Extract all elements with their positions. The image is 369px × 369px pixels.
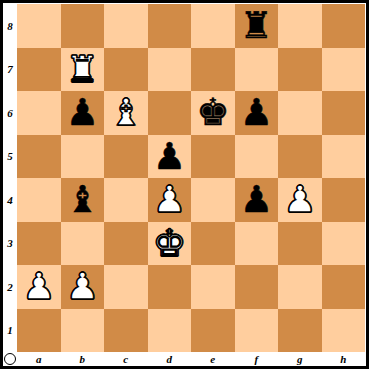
square-e3[interactable] <box>191 222 235 266</box>
square-b7[interactable]: ♜ <box>61 48 105 92</box>
square-b8[interactable] <box>61 4 105 48</box>
square-b4[interactable]: ♝ <box>61 178 105 222</box>
chess-diagram: ♜♜♟♝♚♟♟♝♟♟♟♚♟♟ 87654321 abcdefgh <box>0 0 369 369</box>
file-label-e: e <box>191 352 235 366</box>
square-e6[interactable]: ♚ <box>191 91 235 135</box>
square-h2[interactable] <box>322 265 366 309</box>
square-a3[interactable] <box>17 222 61 266</box>
square-h8[interactable] <box>322 4 366 48</box>
piece-white-bishop-c6[interactable]: ♝ <box>109 91 142 135</box>
rank-label-8: 8 <box>3 4 17 48</box>
square-f4[interactable]: ♟ <box>235 178 279 222</box>
rank-label-1: 1 <box>3 309 17 353</box>
square-b5[interactable] <box>61 135 105 179</box>
square-f3[interactable] <box>235 222 279 266</box>
square-d2[interactable] <box>148 265 192 309</box>
square-a5[interactable] <box>17 135 61 179</box>
rank-label-6: 6 <box>3 91 17 135</box>
square-a7[interactable] <box>17 48 61 92</box>
square-e4[interactable] <box>191 178 235 222</box>
rank-label-5: 5 <box>3 135 17 179</box>
square-e5[interactable] <box>191 135 235 179</box>
rank-label-2: 2 <box>3 265 17 309</box>
square-h6[interactable] <box>322 91 366 135</box>
square-d7[interactable] <box>148 48 192 92</box>
file-label-f: f <box>235 352 279 366</box>
file-label-b: b <box>61 352 105 366</box>
square-c2[interactable] <box>104 265 148 309</box>
chess-board: ♜♜♟♝♚♟♟♝♟♟♟♚♟♟ <box>17 4 365 352</box>
square-e8[interactable] <box>191 4 235 48</box>
square-d1[interactable] <box>148 309 192 353</box>
square-b3[interactable] <box>61 222 105 266</box>
square-c5[interactable] <box>104 135 148 179</box>
square-d6[interactable] <box>148 91 192 135</box>
square-g5[interactable] <box>278 135 322 179</box>
piece-black-rook-f8[interactable]: ♜ <box>240 4 273 48</box>
piece-black-bishop-b4[interactable]: ♝ <box>66 178 99 222</box>
square-b2[interactable]: ♟ <box>61 265 105 309</box>
square-d3[interactable]: ♚ <box>148 222 192 266</box>
piece-white-pawn-g4[interactable]: ♟ <box>283 178 316 222</box>
file-label-c: c <box>104 352 148 366</box>
piece-black-pawn-f4[interactable]: ♟ <box>240 178 273 222</box>
square-d4[interactable]: ♟ <box>148 178 192 222</box>
square-h3[interactable] <box>322 222 366 266</box>
square-a4[interactable] <box>17 178 61 222</box>
square-e2[interactable] <box>191 265 235 309</box>
square-f2[interactable] <box>235 265 279 309</box>
piece-black-pawn-d5[interactable]: ♟ <box>153 135 186 179</box>
square-c4[interactable] <box>104 178 148 222</box>
square-g7[interactable] <box>278 48 322 92</box>
piece-white-rook-b7[interactable]: ♜ <box>66 48 99 92</box>
square-a1[interactable] <box>17 309 61 353</box>
piece-white-pawn-b2[interactable]: ♟ <box>66 265 99 309</box>
square-g8[interactable] <box>278 4 322 48</box>
piece-black-pawn-f6[interactable]: ♟ <box>240 91 273 135</box>
square-g3[interactable] <box>278 222 322 266</box>
square-b1[interactable] <box>61 309 105 353</box>
square-c3[interactable] <box>104 222 148 266</box>
piece-black-king-e6[interactable]: ♚ <box>196 91 229 135</box>
piece-black-pawn-b6[interactable]: ♟ <box>66 91 99 135</box>
square-a8[interactable] <box>17 4 61 48</box>
square-h1[interactable] <box>322 309 366 353</box>
square-d5[interactable]: ♟ <box>148 135 192 179</box>
square-h5[interactable] <box>322 135 366 179</box>
square-c7[interactable] <box>104 48 148 92</box>
square-f1[interactable] <box>235 309 279 353</box>
square-f8[interactable]: ♜ <box>235 4 279 48</box>
piece-white-king-d3[interactable]: ♚ <box>153 222 186 266</box>
square-g1[interactable] <box>278 309 322 353</box>
rank-label-3: 3 <box>3 222 17 266</box>
square-f7[interactable] <box>235 48 279 92</box>
rank-label-4: 4 <box>3 178 17 222</box>
square-c1[interactable] <box>104 309 148 353</box>
square-f6[interactable]: ♟ <box>235 91 279 135</box>
square-e1[interactable] <box>191 309 235 353</box>
square-g4[interactable]: ♟ <box>278 178 322 222</box>
square-e7[interactable] <box>191 48 235 92</box>
square-h7[interactable] <box>322 48 366 92</box>
file-label-g: g <box>278 352 322 366</box>
piece-white-pawn-d4[interactable]: ♟ <box>153 178 186 222</box>
square-b6[interactable]: ♟ <box>61 91 105 135</box>
rank-labels: 87654321 <box>3 4 17 352</box>
square-f5[interactable] <box>235 135 279 179</box>
square-g2[interactable] <box>278 265 322 309</box>
square-g6[interactable] <box>278 91 322 135</box>
file-label-d: d <box>148 352 192 366</box>
square-c8[interactable] <box>104 4 148 48</box>
file-label-h: h <box>322 352 366 366</box>
square-a6[interactable] <box>17 91 61 135</box>
rank-label-7: 7 <box>3 48 17 92</box>
square-d8[interactable] <box>148 4 192 48</box>
square-h4[interactable] <box>322 178 366 222</box>
square-c6[interactable]: ♝ <box>104 91 148 135</box>
file-label-a: a <box>17 352 61 366</box>
white-to-move-indicator <box>4 353 16 365</box>
file-labels: abcdefgh <box>17 352 365 366</box>
square-a2[interactable]: ♟ <box>17 265 61 309</box>
piece-white-pawn-a2[interactable]: ♟ <box>22 265 55 309</box>
